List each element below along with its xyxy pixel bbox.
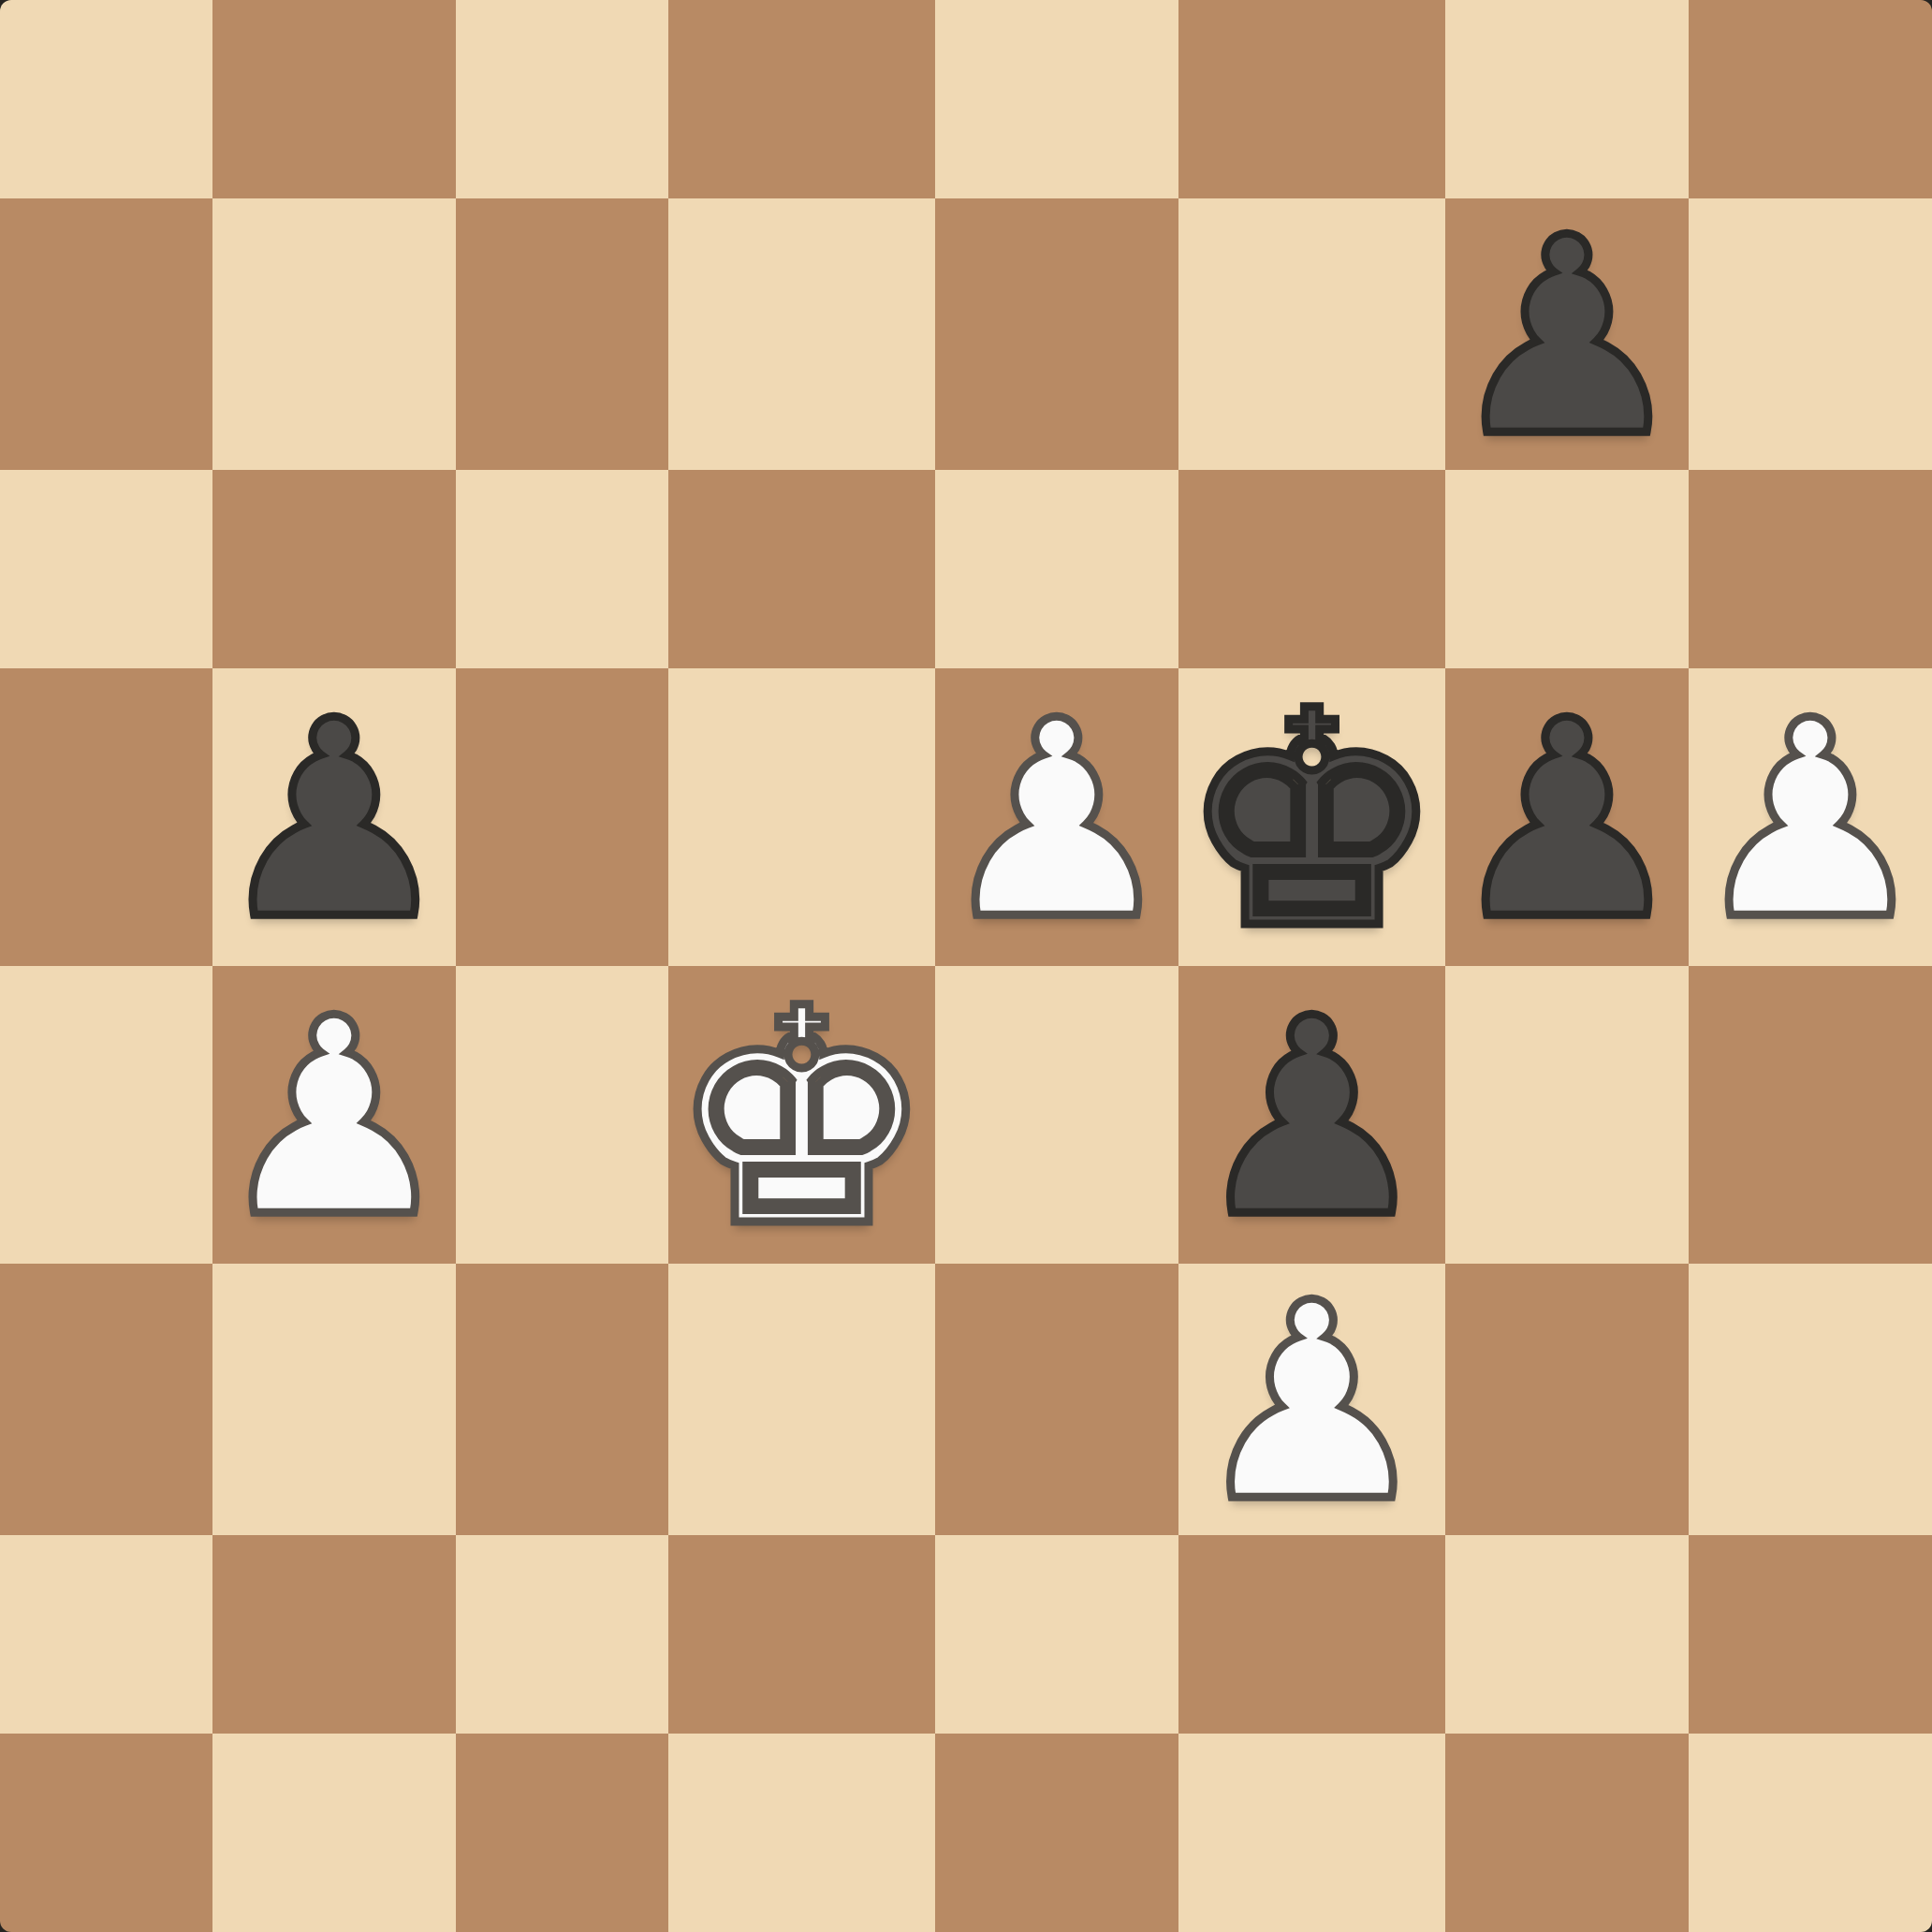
square-d4[interactable]: ♚ bbox=[668, 966, 935, 1264]
square-d8[interactable] bbox=[668, 0, 935, 198]
black-king[interactable]: ♚ bbox=[1178, 672, 1445, 970]
white-pawn[interactable]: ♟ bbox=[935, 685, 1178, 957]
square-e6[interactable] bbox=[935, 470, 1178, 668]
square-b6[interactable] bbox=[212, 470, 456, 668]
square-h1[interactable] bbox=[1689, 1734, 1932, 1932]
square-a3[interactable] bbox=[0, 1264, 212, 1535]
square-c3[interactable] bbox=[456, 1264, 668, 1535]
square-c8[interactable] bbox=[456, 0, 668, 198]
square-h6[interactable] bbox=[1689, 470, 1932, 668]
square-g4[interactable] bbox=[1445, 966, 1689, 1264]
square-a7[interactable] bbox=[0, 198, 212, 470]
white-king[interactable]: ♚ bbox=[668, 970, 935, 1267]
square-f8[interactable] bbox=[1178, 0, 1445, 198]
square-e4[interactable] bbox=[935, 966, 1178, 1264]
white-pawn[interactable]: ♟ bbox=[212, 983, 456, 1254]
square-f1[interactable] bbox=[1178, 1734, 1445, 1932]
white-pawn[interactable]: ♟ bbox=[1190, 1267, 1433, 1539]
square-c4[interactable] bbox=[456, 966, 668, 1264]
square-c1[interactable] bbox=[456, 1734, 668, 1932]
black-pawn[interactable]: ♟ bbox=[1190, 983, 1433, 1254]
square-a8[interactable] bbox=[0, 0, 212, 198]
white-pawn[interactable]: ♟ bbox=[1689, 685, 1932, 957]
square-a2[interactable] bbox=[0, 1535, 212, 1734]
square-a1[interactable] bbox=[0, 1734, 212, 1932]
square-g1[interactable] bbox=[1445, 1734, 1689, 1932]
square-e5[interactable]: ♟ bbox=[935, 668, 1178, 966]
square-h4[interactable] bbox=[1689, 966, 1932, 1264]
square-a4[interactable] bbox=[0, 966, 212, 1264]
square-g5[interactable]: ♟ bbox=[1445, 668, 1689, 966]
square-c7[interactable] bbox=[456, 198, 668, 470]
square-g6[interactable] bbox=[1445, 470, 1689, 668]
square-g8[interactable] bbox=[1445, 0, 1689, 198]
square-d2[interactable] bbox=[668, 1535, 935, 1734]
square-h7[interactable] bbox=[1689, 198, 1932, 470]
square-f7[interactable] bbox=[1178, 198, 1445, 470]
square-a6[interactable] bbox=[0, 470, 212, 668]
square-h8[interactable] bbox=[1689, 0, 1932, 198]
square-b2[interactable] bbox=[212, 1535, 456, 1734]
square-f2[interactable] bbox=[1178, 1535, 1445, 1734]
square-d1[interactable] bbox=[668, 1734, 935, 1932]
square-b1[interactable] bbox=[212, 1734, 456, 1932]
square-e2[interactable] bbox=[935, 1535, 1178, 1734]
square-g7[interactable]: ♟ bbox=[1445, 198, 1689, 470]
square-e7[interactable] bbox=[935, 198, 1178, 470]
square-f5[interactable]: ♚ bbox=[1178, 668, 1445, 966]
square-e3[interactable] bbox=[935, 1264, 1178, 1535]
square-d6[interactable] bbox=[668, 470, 935, 668]
square-d7[interactable] bbox=[668, 198, 935, 470]
black-pawn[interactable]: ♟ bbox=[1445, 685, 1689, 957]
square-g3[interactable] bbox=[1445, 1264, 1689, 1535]
chess-board[interactable]: ♟♟♟♚♟♟♟♚♟♟ bbox=[0, 0, 1932, 1932]
square-c2[interactable] bbox=[456, 1535, 668, 1734]
square-d3[interactable] bbox=[668, 1264, 935, 1535]
square-f3[interactable]: ♟ bbox=[1178, 1264, 1445, 1535]
square-b5[interactable]: ♟ bbox=[212, 668, 456, 966]
square-b8[interactable] bbox=[212, 0, 456, 198]
black-pawn[interactable]: ♟ bbox=[212, 685, 456, 957]
square-c5[interactable] bbox=[456, 668, 668, 966]
square-c6[interactable] bbox=[456, 470, 668, 668]
black-pawn[interactable]: ♟ bbox=[1445, 202, 1689, 474]
square-b7[interactable] bbox=[212, 198, 456, 470]
square-f4[interactable]: ♟ bbox=[1178, 966, 1445, 1264]
square-e8[interactable] bbox=[935, 0, 1178, 198]
square-a5[interactable] bbox=[0, 668, 212, 966]
square-b3[interactable] bbox=[212, 1264, 456, 1535]
square-e1[interactable] bbox=[935, 1734, 1178, 1932]
square-g2[interactable] bbox=[1445, 1535, 1689, 1734]
square-h3[interactable] bbox=[1689, 1264, 1932, 1535]
square-h5[interactable]: ♟ bbox=[1689, 668, 1932, 966]
square-h2[interactable] bbox=[1689, 1535, 1932, 1734]
square-b4[interactable]: ♟ bbox=[212, 966, 456, 1264]
square-f6[interactable] bbox=[1178, 470, 1445, 668]
square-d5[interactable] bbox=[668, 668, 935, 966]
